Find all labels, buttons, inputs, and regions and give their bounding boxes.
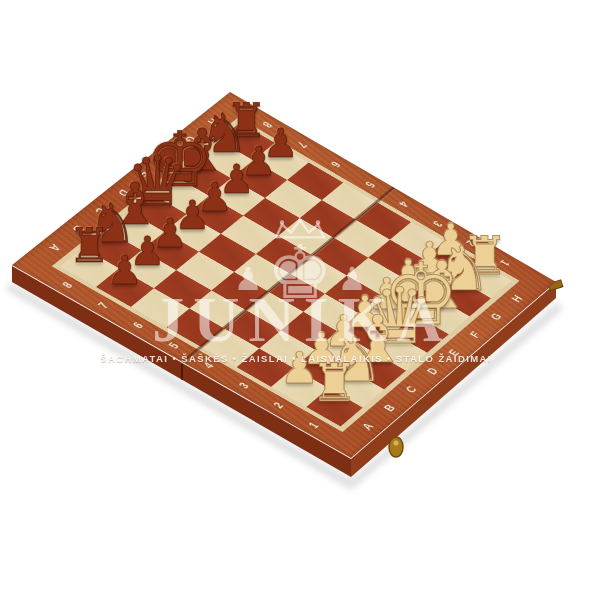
brass-clasp-icon [389, 437, 403, 457]
piece-black-pawn-a7[interactable]: ♟ [107, 249, 143, 289]
piece-black-rook-a8[interactable]: ♜ [68, 222, 110, 269]
piece-white-rook-a1[interactable]: ♜ [310, 356, 358, 409]
chess-set-photo: 88AA77BB66CC55DD44EE33FF22GG11HH ♜♞♝♛♚♝♞… [0, 0, 600, 600]
